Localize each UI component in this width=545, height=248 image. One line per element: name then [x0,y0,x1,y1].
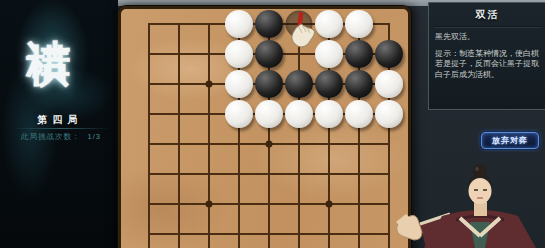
challenge-count: 1/3 [88,132,101,141]
left-panel-divider [12,128,110,129]
white-stone [225,10,253,38]
stage-number-label: 第四局 [0,113,120,127]
opponent-portrait [390,162,545,248]
white-stone [345,10,373,38]
puzzle-mode-title: 诘棋 [24,4,72,116]
black-stone [285,70,313,98]
star-point [266,141,273,148]
board-grid[interactable] [148,23,390,248]
hover-point-ghost-stone[interactable] [286,11,313,38]
black-stone [255,70,283,98]
hint-panel-body: 黑先双活。 提示：制造某种情况，使白棋若是提子，反而会让黑子提取白子后成为活棋。 [429,31,545,81]
white-stone [375,100,403,128]
challenge-counter: 此局挑战次数：1/3 [0,132,122,142]
white-stone [255,100,283,128]
white-stone [375,70,403,98]
puzzle-hint: 提示：制造某种情况，使白棋若是提子，反而会让黑子提取白子后成为活棋。 [435,49,540,81]
black-stone [345,70,373,98]
star-point [206,81,213,88]
black-stone [315,70,343,98]
go-board[interactable] [118,6,411,248]
white-stone [345,100,373,128]
game-screen: 诘棋 第四局 此局挑战次数：1/3 双活 黑先双活。 提示：制造某种情况，使白棋… [0,0,545,248]
white-stone [225,70,253,98]
star-point [206,201,213,208]
black-stone [255,10,283,38]
left-panel: 诘棋 第四局 此局挑战次数：1/3 [0,0,118,248]
challenge-label: 此局挑战次数： [21,132,81,141]
white-stone [225,40,253,68]
star-point [326,201,333,208]
portrait-figure [424,164,536,248]
hint-panel: 双活 黑先双活。 提示：制造某种情况，使白棋若是提子，反而会让黑子提取白子后成为… [428,2,545,110]
black-stone [345,40,373,68]
white-stone [225,100,253,128]
puzzle-title: 双活 [429,8,545,22]
puzzle-objective: 黑先双活。 [435,32,540,43]
give-up-button[interactable]: 放弃对弈 [481,132,539,149]
white-stone [315,40,343,68]
white-stone [285,100,313,128]
hint-panel-divider [434,26,541,28]
black-stone [255,40,283,68]
white-stone [315,10,343,38]
black-stone [375,40,403,68]
white-stone [315,100,343,128]
